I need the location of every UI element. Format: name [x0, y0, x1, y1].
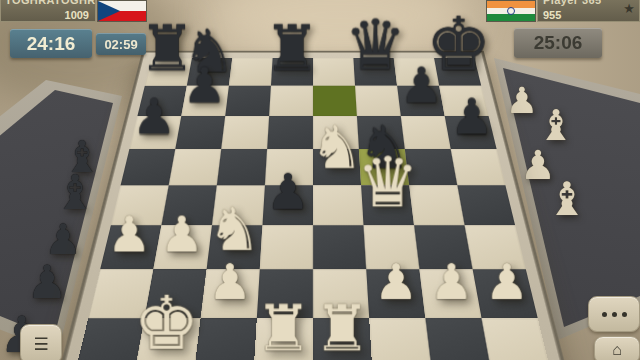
square-f2[interactable]: ♟ — [366, 269, 425, 318]
player-left-nameplate: TOGHRATOGHRATO 1009 — [0, 0, 96, 22]
square-b1[interactable]: ♚ — [134, 318, 200, 360]
menu-icon: ☰ — [33, 334, 48, 355]
square-b6[interactable] — [175, 116, 225, 149]
piece-black-p-a6[interactable]: ♟ — [132, 95, 176, 140]
square-f4[interactable]: ♛ — [361, 185, 414, 225]
more-options-button[interactable] — [588, 296, 640, 332]
square-b3[interactable]: ♟ — [153, 225, 212, 269]
square-d4[interactable]: ♟ — [262, 185, 313, 225]
square-c1[interactable] — [194, 318, 257, 360]
square-h5[interactable] — [451, 149, 506, 185]
square-d1[interactable]: ♜ — [253, 318, 313, 360]
czech-flag-triangle — [98, 1, 146, 21]
square-c6[interactable] — [221, 116, 269, 149]
square-g2[interactable]: ♟ — [419, 269, 481, 318]
piece-white-n-c3[interactable]: ♞ — [208, 203, 261, 258]
square-d3[interactable] — [260, 225, 313, 269]
player-left-name: TOGHRATOGHRATO — [5, 0, 96, 6]
square-h6[interactable]: ♟ — [445, 116, 497, 149]
piece-black-p-g7[interactable]: ♟ — [400, 63, 444, 108]
square-h1[interactable] — [482, 318, 552, 360]
square-h2[interactable]: ♟ — [473, 269, 538, 318]
captured-white-b-icon: ♝ — [537, 107, 575, 146]
player-right-nameplate: Player 365 955 ★ — [537, 0, 640, 22]
piece-white-k-b1[interactable]: ♚ — [133, 290, 199, 358]
more-dot-icon — [622, 312, 627, 317]
piece-black-r-d8[interactable]: ♜ — [264, 20, 321, 78]
captured-white-p-icon: ♟ — [506, 84, 538, 117]
india-flag-chakra — [507, 7, 515, 15]
captured-white-b-icon: ♝ — [546, 178, 587, 220]
clock-right-main: 25:06 — [514, 28, 602, 58]
board-frame: ♜♞♜♛♚♟♟♟♟♞♞♟♛♟♟♞♟♟♟♟♚♜♜ — [58, 52, 568, 360]
clock-left-secondary: 02:59 — [96, 33, 146, 55]
chess-board[interactable]: ♜♞♜♛♚♟♟♟♟♞♞♟♛♟♟♞♟♟♟♟♚♜♜ — [75, 58, 551, 360]
piece-white-r-e1[interactable]: ♜ — [314, 300, 371, 359]
piece-white-p-g2[interactable]: ♟ — [429, 260, 473, 305]
piece-white-n-e5[interactable]: ♞ — [310, 121, 363, 176]
player-right-rating: 955 — [543, 9, 561, 21]
piece-white-p-f2[interactable]: ♟ — [374, 260, 418, 305]
square-b7[interactable]: ♟ — [181, 86, 229, 116]
square-e3[interactable] — [313, 225, 366, 269]
menu-button[interactable]: ☰ — [20, 324, 62, 360]
square-a5[interactable] — [121, 149, 176, 185]
square-c5[interactable] — [217, 149, 267, 185]
square-b5[interactable] — [169, 149, 222, 185]
piece-white-p-b3[interactable]: ♟ — [160, 212, 204, 257]
square-e1[interactable]: ♜ — [313, 318, 373, 360]
square-h4[interactable] — [457, 185, 515, 225]
captured-black-p-icon: ♟ — [26, 261, 67, 303]
piece-black-p-h6[interactable]: ♟ — [450, 95, 494, 140]
piece-white-p-a3[interactable]: ♟ — [107, 212, 151, 257]
piece-black-p-b7[interactable]: ♟ — [183, 63, 227, 108]
square-c7[interactable] — [225, 86, 271, 116]
square-f8[interactable]: ♛ — [353, 58, 397, 86]
square-a6[interactable]: ♟ — [129, 116, 181, 149]
player-right-name: Player 365 — [543, 0, 601, 6]
home-button[interactable]: ⌂ — [594, 336, 640, 360]
favorite-star-icon: ★ — [623, 2, 635, 15]
piece-black-p-d4[interactable]: ♟ — [266, 169, 310, 214]
czech-flag-icon — [97, 0, 147, 22]
more-dot-icon — [612, 312, 617, 317]
square-f1[interactable] — [369, 318, 432, 360]
piece-white-p-h2[interactable]: ♟ — [485, 260, 529, 305]
piece-black-q-f8[interactable]: ♛ — [344, 15, 406, 79]
square-d7[interactable] — [269, 86, 313, 116]
square-d6[interactable] — [267, 116, 313, 149]
square-c2[interactable]: ♟ — [201, 269, 260, 318]
square-f7[interactable] — [355, 86, 401, 116]
captured-black-b-icon: ♝ — [53, 170, 96, 214]
square-d8[interactable]: ♜ — [271, 58, 313, 86]
square-e7[interactable] — [313, 86, 357, 116]
square-a3[interactable]: ♟ — [100, 225, 161, 269]
square-g1[interactable] — [425, 318, 491, 360]
square-e5[interactable]: ♞ — [313, 149, 361, 185]
piece-white-r-d1[interactable]: ♜ — [255, 300, 312, 359]
more-dot-icon — [602, 312, 607, 317]
piece-white-q-f4[interactable]: ♛ — [357, 150, 419, 214]
india-flag-icon — [486, 0, 536, 22]
player-left-rating: 1009 — [65, 9, 89, 21]
piece-white-p-c2[interactable]: ♟ — [208, 260, 252, 305]
square-g7[interactable]: ♟ — [397, 86, 445, 116]
home-icon: ⌂ — [612, 341, 622, 359]
clock-left-main: 24:16 — [10, 29, 92, 58]
chess-game-screen: ♝♝♟♟♟♟♝♟♝ ♜♞♜♛♚♟♟♟♟♞♞♟♛♟♟♞♟♟♟♟♚♜♜ TOGHRA… — [0, 0, 640, 360]
